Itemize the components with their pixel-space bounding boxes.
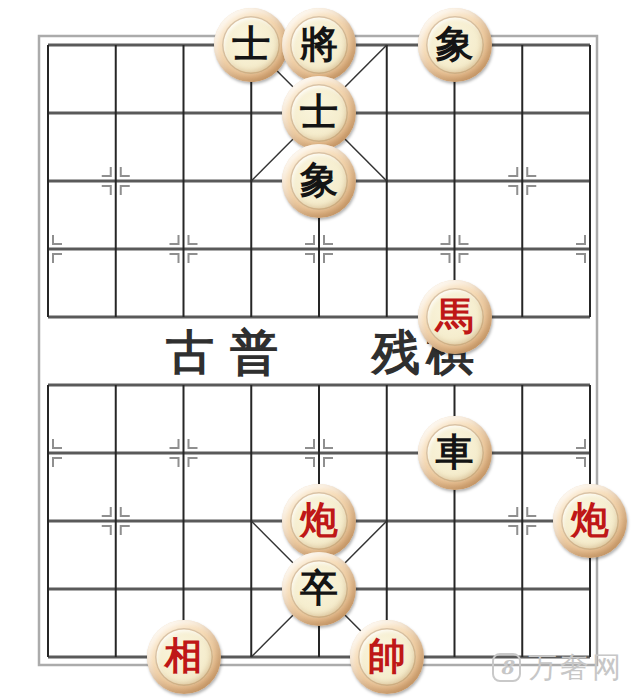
piece-red-cannon-2[interactable]: 炮: [553, 484, 627, 558]
xiangqi-board: 古普 残棋 士將象士象馬車炮炮卒相帥 8 万奢网: [0, 0, 640, 698]
piece-face: 車: [426, 424, 484, 482]
piece-glyph: 車: [436, 433, 474, 471]
piece-black-elephant-1[interactable]: 象: [418, 8, 492, 82]
piece-face: 炮: [561, 492, 619, 550]
watermark: 8 万奢网: [492, 653, 624, 682]
watermark-logo-glyph: 8: [500, 658, 513, 677]
piece-black-chariot[interactable]: 車: [418, 416, 492, 490]
piece-face: 士: [222, 16, 280, 74]
watermark-text: 万奢网: [528, 653, 624, 682]
piece-black-advisor-2[interactable]: 士: [282, 76, 356, 150]
piece-black-soldier[interactable]: 卒: [282, 552, 356, 626]
piece-black-elephant-2[interactable]: 象: [282, 144, 356, 218]
piece-glyph: 士: [300, 93, 338, 131]
watermark-logo-icon: 8: [492, 653, 521, 682]
piece-black-general[interactable]: 將: [282, 8, 356, 82]
piece-red-general[interactable]: 帥: [350, 620, 424, 694]
piece-glyph: 象: [436, 25, 474, 63]
piece-face: 馬: [426, 288, 484, 346]
piece-glyph: 炮: [571, 501, 609, 539]
piece-red-horse[interactable]: 馬: [418, 280, 492, 354]
river-text-left: 古普: [166, 325, 294, 379]
piece-face: 士: [290, 84, 348, 142]
piece-glyph: 卒: [300, 569, 338, 607]
piece-glyph: 帥: [368, 637, 406, 675]
piece-glyph: 馬: [436, 297, 474, 335]
piece-face: 相: [155, 628, 213, 686]
piece-red-elephant[interactable]: 相: [147, 620, 221, 694]
piece-face: 將: [290, 16, 348, 74]
piece-face: 卒: [290, 560, 348, 618]
piece-face: 象: [290, 152, 348, 210]
piece-glyph: 士: [232, 25, 270, 63]
piece-face: 帥: [358, 628, 416, 686]
piece-face: 炮: [290, 492, 348, 550]
piece-red-cannon-1[interactable]: 炮: [282, 484, 356, 558]
piece-black-advisor-1[interactable]: 士: [214, 8, 288, 82]
piece-glyph: 將: [300, 25, 338, 63]
piece-glyph: 炮: [300, 501, 338, 539]
piece-glyph: 象: [300, 161, 338, 199]
piece-glyph: 相: [165, 637, 203, 675]
piece-face: 象: [426, 16, 484, 74]
